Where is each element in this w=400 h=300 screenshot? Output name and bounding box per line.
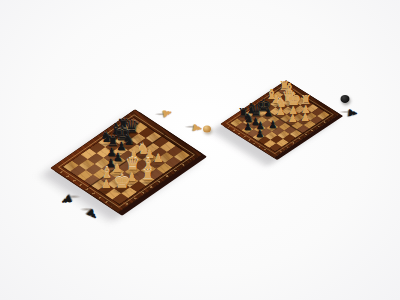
black-pawn-endon-right[interactable] <box>341 95 350 103</box>
fallen-black-pawn-right[interactable]: ♟ <box>346 107 359 118</box>
white-pawn[interactable]: ♟ <box>101 180 111 192</box>
white-pawn[interactable]: ♟ <box>300 112 309 122</box>
chess-scene: ♞♝♜♜♚♛♟♟♞♟♟♝♟♟♞♟♛♟♚♟♝♟♜♜♝♝♜♞♛♚♟♝♟♟♟♞♛♟♟♚… <box>0 0 400 300</box>
fallen-wood-pawn-beside-left-board[interactable]: ♟ <box>191 122 204 134</box>
black-pawn[interactable]: ♟ <box>255 128 264 138</box>
fallen-wood-pawn-on-left-board[interactable]: ♟ <box>161 107 174 119</box>
fallen-black-pawn-floor-1[interactable]: ♟ <box>59 192 75 207</box>
white-rook[interactable]: ♜ <box>141 168 154 182</box>
white-pawn[interactable]: ♟ <box>288 113 297 123</box>
black-pawn[interactable]: ♟ <box>264 107 273 117</box>
white-king[interactable]: ♚ <box>114 172 131 191</box>
wood-pawn-endon[interactable] <box>203 125 211 132</box>
black-pawn[interactable]: ♟ <box>243 121 252 131</box>
white-pawn[interactable]: ♟ <box>276 106 285 116</box>
black-pawn[interactable]: ♟ <box>268 119 277 129</box>
